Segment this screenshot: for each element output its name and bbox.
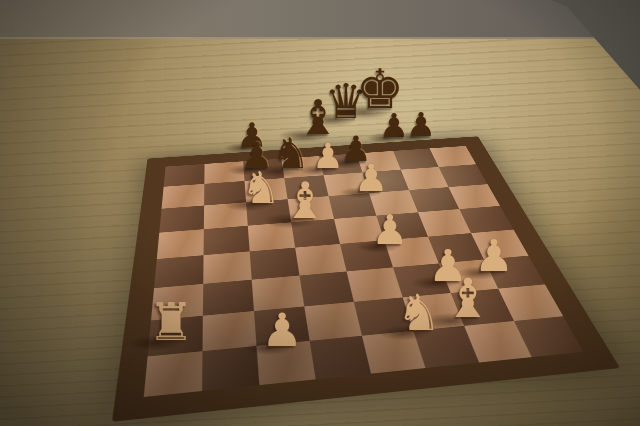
pieces-layer: ♛♚♝♟♟♟♟♞♟♟♞♟♝♟♟♟♝♞♜♟ (0, 0, 640, 426)
white-pawn-f3[interactable]: ♟ (372, 210, 409, 251)
white-knight-f1[interactable]: ♞ (397, 288, 442, 338)
chess-render-scene: ♛♚♝♟♟♟♟♞♟♟♞♟♝♟♟♟♝♞♜♟ (0, 0, 640, 426)
white-bishop-d4[interactable]: ♝ (283, 176, 328, 226)
white-bishop-g1[interactable]: ♝ (444, 272, 492, 326)
black-pawn-h7[interactable]: ♟ (406, 108, 436, 141)
white-pawn-f5[interactable]: ♟ (354, 159, 388, 197)
white-pawn-c1[interactable]: ♟ (261, 307, 302, 353)
white-knight-c5[interactable]: ♞ (241, 166, 280, 210)
white-pawn-e6[interactable]: ♟ (312, 139, 343, 174)
white-rook-a1[interactable]: ♜ (148, 296, 195, 348)
